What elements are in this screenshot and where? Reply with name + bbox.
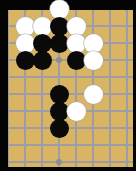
white-stone <box>84 34 103 53</box>
white-stone <box>84 51 103 70</box>
white-stone <box>67 17 86 36</box>
black-stone <box>50 119 69 138</box>
white-stone <box>67 34 86 53</box>
white-stone <box>16 34 35 53</box>
stones-grid <box>0 1 136 171</box>
white-stone <box>33 17 52 36</box>
black-stone <box>50 85 69 104</box>
black-stone <box>33 34 52 53</box>
black-stone <box>50 17 69 36</box>
black-stone <box>50 102 69 121</box>
white-stone <box>50 0 69 19</box>
white-stone <box>84 85 103 104</box>
white-stone <box>16 17 35 36</box>
black-stone <box>67 51 86 70</box>
white-stone <box>67 102 86 121</box>
black-stone <box>33 51 52 70</box>
go-diagram <box>0 0 136 170</box>
black-stone <box>50 34 69 53</box>
go-board[interactable] <box>0 0 136 170</box>
black-stone <box>16 51 35 70</box>
